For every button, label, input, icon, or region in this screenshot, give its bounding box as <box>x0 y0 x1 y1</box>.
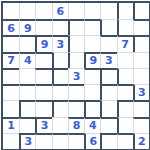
cell-r4c8[interactable] <box>117 52 133 68</box>
cell-r5c5[interactable]: 3 <box>68 68 84 84</box>
cell-r7c9[interactable] <box>133 100 149 116</box>
cell-r5c9[interactable] <box>133 68 149 84</box>
cell-r1c8[interactable] <box>117 3 133 19</box>
cell-r9c4[interactable] <box>52 133 68 149</box>
cell-r9c7[interactable] <box>100 133 116 149</box>
cell-r8c4[interactable] <box>52 117 68 133</box>
cell-r4c3[interactable] <box>35 52 51 68</box>
cell-r2c2[interactable]: 9 <box>19 19 35 35</box>
cell-r6c2[interactable] <box>19 84 35 100</box>
cell-r8c9[interactable] <box>133 117 149 133</box>
cell-r3c3[interactable]: 9 <box>35 35 51 51</box>
cell-r2c7[interactable] <box>100 19 116 35</box>
cell-r9c6[interactable]: 6 <box>84 133 100 149</box>
cell-r1c6[interactable] <box>84 3 100 19</box>
cell-r8c2[interactable] <box>19 117 35 133</box>
cell-r2c6[interactable] <box>84 19 100 35</box>
sudoku-board: 6699377493331384362 <box>1 1 150 150</box>
cell-r8c6[interactable]: 4 <box>84 117 100 133</box>
cell-r4c7[interactable]: 3 <box>100 52 116 68</box>
cell-r8c5[interactable]: 8 <box>68 117 84 133</box>
cell-r6c5[interactable] <box>68 84 84 100</box>
cell-r8c1[interactable]: 1 <box>3 117 19 133</box>
cell-r6c1[interactable] <box>3 84 19 100</box>
cell-r9c1[interactable] <box>3 133 19 149</box>
cell-r2c1[interactable]: 6 <box>3 19 19 35</box>
cell-r3c4[interactable]: 3 <box>52 35 68 51</box>
cell-r7c7[interactable] <box>100 100 116 116</box>
cell-r9c5[interactable] <box>68 133 84 149</box>
cell-r1c9[interactable] <box>133 3 149 19</box>
cell-r7c3[interactable] <box>35 100 51 116</box>
cell-r7c2[interactable] <box>19 100 35 116</box>
cell-r7c1[interactable] <box>3 100 19 116</box>
cell-r4c4[interactable] <box>52 52 68 68</box>
cell-r9c2[interactable]: 3 <box>19 133 35 149</box>
cell-r2c3[interactable] <box>35 19 51 35</box>
cell-r1c5[interactable] <box>68 3 84 19</box>
cell-r6c6[interactable] <box>84 84 100 100</box>
cell-r3c7[interactable] <box>100 35 116 51</box>
cell-r9c8[interactable] <box>117 133 133 149</box>
cell-r4c6[interactable]: 9 <box>84 52 100 68</box>
cell-r3c6[interactable] <box>84 35 100 51</box>
cell-r1c1[interactable] <box>3 3 19 19</box>
cell-r2c5[interactable] <box>68 19 84 35</box>
cell-r4c9[interactable] <box>133 52 149 68</box>
cell-r1c7[interactable] <box>100 3 116 19</box>
cell-r5c8[interactable] <box>117 68 133 84</box>
cell-r3c9[interactable] <box>133 35 149 51</box>
cell-r4c2[interactable]: 4 <box>19 52 35 68</box>
cell-r3c8[interactable]: 7 <box>117 35 133 51</box>
cell-r8c7[interactable] <box>100 117 116 133</box>
cell-r7c8[interactable] <box>117 100 133 116</box>
cell-r1c3[interactable] <box>35 3 51 19</box>
cell-r5c4[interactable] <box>52 68 68 84</box>
cell-r7c4[interactable] <box>52 100 68 116</box>
cell-r8c8[interactable] <box>117 117 133 133</box>
cell-r2c9[interactable] <box>133 19 149 35</box>
cell-r9c3[interactable] <box>35 133 51 149</box>
cell-r7c6[interactable] <box>84 100 100 116</box>
cell-r2c8[interactable] <box>117 19 133 35</box>
cell-r6c3[interactable] <box>35 84 51 100</box>
cell-r6c4[interactable] <box>52 84 68 100</box>
cell-r9c9[interactable]: 2 <box>133 133 149 149</box>
cell-r3c2[interactable] <box>19 35 35 51</box>
cell-r3c1[interactable] <box>3 35 19 51</box>
cell-r8c3[interactable]: 3 <box>35 117 51 133</box>
cell-r1c4[interactable]: 6 <box>52 3 68 19</box>
cell-r5c2[interactable] <box>19 68 35 84</box>
cell-r5c1[interactable] <box>3 68 19 84</box>
cell-r6c7[interactable] <box>100 84 116 100</box>
cell-r4c5[interactable] <box>68 52 84 68</box>
cell-r2c4[interactable] <box>52 19 68 35</box>
cell-r5c3[interactable] <box>35 68 51 84</box>
cell-r5c6[interactable] <box>84 68 100 84</box>
cell-r5c7[interactable] <box>100 68 116 84</box>
cell-r6c8[interactable] <box>117 84 133 100</box>
cell-r6c9[interactable]: 3 <box>133 84 149 100</box>
cell-r4c1[interactable]: 7 <box>3 52 19 68</box>
cell-r3c5[interactable] <box>68 35 84 51</box>
cell-r1c2[interactable] <box>19 3 35 19</box>
cell-r7c5[interactable] <box>68 100 84 116</box>
